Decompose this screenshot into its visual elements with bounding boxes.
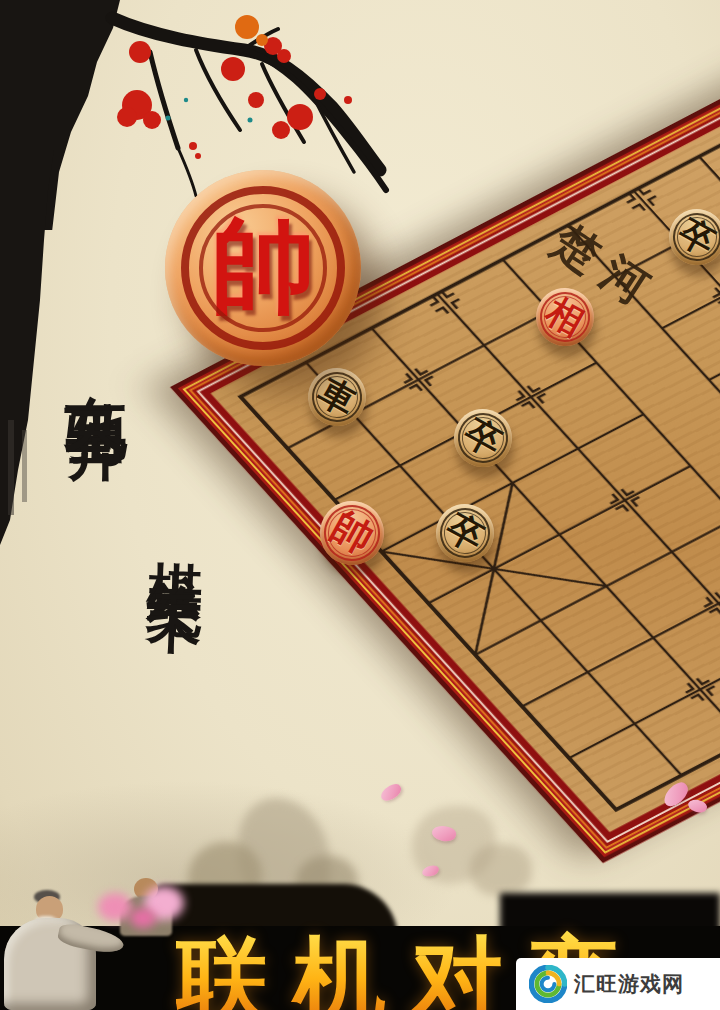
featured-general-piece: 帥 bbox=[165, 170, 361, 366]
ink-tree bbox=[470, 844, 532, 896]
calligraphy-column-1: 车驰马奔 bbox=[54, 344, 138, 380]
watermark[interactable]: 汇旺游戏网 bbox=[516, 958, 720, 1010]
pink-flower bbox=[98, 893, 132, 921]
watermark-logo-icon bbox=[529, 965, 567, 1003]
poster-root: { "game": "xiangqi", "poster": { "callig… bbox=[0, 0, 720, 1010]
watermark-text: 汇旺游戏网 bbox=[574, 970, 684, 998]
featured-piece-glyph: 帥 bbox=[211, 198, 315, 338]
old-man-left bbox=[0, 878, 110, 1010]
calligraphy-column-2: 棋术绝天下 bbox=[138, 517, 214, 575]
pink-flower bbox=[130, 908, 156, 928]
